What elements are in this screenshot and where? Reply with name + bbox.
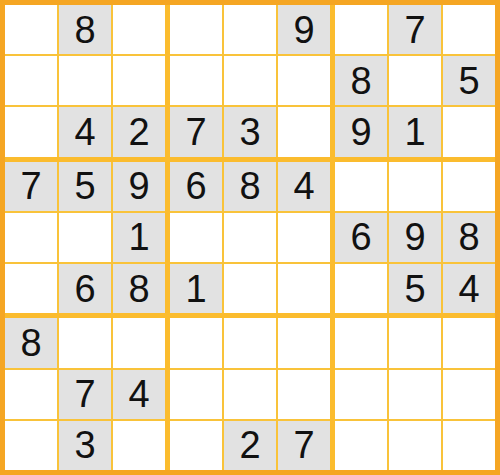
sudoku-cell-r8c1-empty[interactable] bbox=[5, 370, 57, 419]
sudoku-cell-r8c7-empty[interactable] bbox=[335, 370, 387, 419]
sudoku-cell-r6c8-given[interactable]: 5 bbox=[389, 264, 441, 313]
sudoku-cell-r4c8-empty[interactable] bbox=[389, 162, 441, 211]
sudoku-cell-r3c4-given[interactable]: 7 bbox=[170, 107, 222, 156]
sudoku-cell-r1c9-empty[interactable] bbox=[443, 5, 495, 54]
sudoku-cell-r4c3-given[interactable]: 9 bbox=[113, 162, 165, 211]
sudoku-cell-r9c6-given[interactable]: 7 bbox=[278, 421, 330, 470]
sudoku-cell-r9c4-empty[interactable] bbox=[170, 421, 222, 470]
sudoku-cell-r8c2-given[interactable]: 7 bbox=[59, 370, 111, 419]
sudoku-cell-r1c1-empty[interactable] bbox=[5, 5, 57, 54]
sudoku-box-1: 842 bbox=[5, 5, 165, 157]
sudoku-cell-r6c9-given[interactable]: 4 bbox=[443, 264, 495, 313]
sudoku-cell-r7c8-empty[interactable] bbox=[389, 318, 441, 367]
sudoku-cell-r8c9-empty[interactable] bbox=[443, 370, 495, 419]
sudoku-cell-r4c6-given[interactable]: 4 bbox=[278, 162, 330, 211]
sudoku-cell-r5c2-empty[interactable] bbox=[59, 213, 111, 262]
sudoku-cell-r4c4-given[interactable]: 6 bbox=[170, 162, 222, 211]
sudoku-board: 84297378591759168684169854874327 bbox=[0, 0, 500, 475]
sudoku-cell-r7c5-empty[interactable] bbox=[224, 318, 276, 367]
sudoku-cell-r8c4-empty[interactable] bbox=[170, 370, 222, 419]
sudoku-cell-r2c4-empty[interactable] bbox=[170, 56, 222, 105]
sudoku-cell-r1c6-given[interactable]: 9 bbox=[278, 5, 330, 54]
sudoku-cell-r8c6-empty[interactable] bbox=[278, 370, 330, 419]
sudoku-cell-r4c1-given[interactable]: 7 bbox=[5, 162, 57, 211]
sudoku-box-7: 8743 bbox=[5, 318, 165, 470]
sudoku-box-4: 759168 bbox=[5, 162, 165, 314]
sudoku-cell-r2c3-empty[interactable] bbox=[113, 56, 165, 105]
sudoku-cell-r4c7-empty[interactable] bbox=[335, 162, 387, 211]
sudoku-cell-r6c7-empty[interactable] bbox=[335, 264, 387, 313]
sudoku-cell-r4c5-given[interactable]: 8 bbox=[224, 162, 276, 211]
sudoku-cell-r5c4-empty[interactable] bbox=[170, 213, 222, 262]
sudoku-box-8: 27 bbox=[170, 318, 330, 470]
sudoku-cell-r6c4-given[interactable]: 1 bbox=[170, 264, 222, 313]
sudoku-cell-r4c9-empty[interactable] bbox=[443, 162, 495, 211]
sudoku-cell-r7c7-empty[interactable] bbox=[335, 318, 387, 367]
sudoku-cell-r9c7-empty[interactable] bbox=[335, 421, 387, 470]
sudoku-cell-r7c4-empty[interactable] bbox=[170, 318, 222, 367]
sudoku-cell-r6c2-given[interactable]: 6 bbox=[59, 264, 111, 313]
sudoku-cell-r3c6-empty[interactable] bbox=[278, 107, 330, 156]
sudoku-cell-r3c2-given[interactable]: 4 bbox=[59, 107, 111, 156]
sudoku-cell-r3c9-empty[interactable] bbox=[443, 107, 495, 156]
sudoku-cell-r4c2-given[interactable]: 5 bbox=[59, 162, 111, 211]
sudoku-cell-r7c6-empty[interactable] bbox=[278, 318, 330, 367]
sudoku-cell-r1c5-empty[interactable] bbox=[224, 5, 276, 54]
sudoku-cell-r3c7-given[interactable]: 9 bbox=[335, 107, 387, 156]
sudoku-cell-r9c8-empty[interactable] bbox=[389, 421, 441, 470]
sudoku-box-6: 69854 bbox=[335, 162, 495, 314]
sudoku-cell-r2c9-given[interactable]: 5 bbox=[443, 56, 495, 105]
sudoku-cell-r7c9-empty[interactable] bbox=[443, 318, 495, 367]
sudoku-cell-r8c5-empty[interactable] bbox=[224, 370, 276, 419]
sudoku-cell-r9c5-given[interactable]: 2 bbox=[224, 421, 276, 470]
sudoku-cell-r3c3-given[interactable]: 2 bbox=[113, 107, 165, 156]
sudoku-cell-r1c8-given[interactable]: 7 bbox=[389, 5, 441, 54]
sudoku-cell-r5c7-given[interactable]: 6 bbox=[335, 213, 387, 262]
sudoku-cell-r7c3-empty[interactable] bbox=[113, 318, 165, 367]
sudoku-cell-r2c8-empty[interactable] bbox=[389, 56, 441, 105]
sudoku-box-3: 78591 bbox=[335, 5, 495, 157]
sudoku-cell-r1c4-empty[interactable] bbox=[170, 5, 222, 54]
sudoku-cell-r3c8-given[interactable]: 1 bbox=[389, 107, 441, 156]
sudoku-cell-r9c3-empty[interactable] bbox=[113, 421, 165, 470]
sudoku-cell-r1c7-empty[interactable] bbox=[335, 5, 387, 54]
sudoku-cell-r9c2-given[interactable]: 3 bbox=[59, 421, 111, 470]
sudoku-cell-r3c5-given[interactable]: 3 bbox=[224, 107, 276, 156]
sudoku-cell-r5c5-empty[interactable] bbox=[224, 213, 276, 262]
sudoku-cell-r7c2-empty[interactable] bbox=[59, 318, 111, 367]
sudoku-cell-r9c1-empty[interactable] bbox=[5, 421, 57, 470]
sudoku-cell-r3c1-empty[interactable] bbox=[5, 107, 57, 156]
sudoku-cell-r1c3-empty[interactable] bbox=[113, 5, 165, 54]
sudoku-cell-r1c2-given[interactable]: 8 bbox=[59, 5, 111, 54]
sudoku-cell-r8c3-given[interactable]: 4 bbox=[113, 370, 165, 419]
sudoku-cell-r9c9-empty[interactable] bbox=[443, 421, 495, 470]
sudoku-cell-r5c9-given[interactable]: 8 bbox=[443, 213, 495, 262]
sudoku-cell-r6c6-empty[interactable] bbox=[278, 264, 330, 313]
sudoku-cell-r2c7-given[interactable]: 8 bbox=[335, 56, 387, 105]
sudoku-cell-r6c1-empty[interactable] bbox=[5, 264, 57, 313]
sudoku-box-5: 6841 bbox=[170, 162, 330, 314]
sudoku-cell-r2c6-empty[interactable] bbox=[278, 56, 330, 105]
sudoku-box-2: 973 bbox=[170, 5, 330, 157]
sudoku-cell-r5c6-empty[interactable] bbox=[278, 213, 330, 262]
sudoku-cell-r5c8-given[interactable]: 9 bbox=[389, 213, 441, 262]
sudoku-cell-r6c3-given[interactable]: 8 bbox=[113, 264, 165, 313]
sudoku-cell-r5c1-empty[interactable] bbox=[5, 213, 57, 262]
sudoku-cell-r8c8-empty[interactable] bbox=[389, 370, 441, 419]
sudoku-box-9 bbox=[335, 318, 495, 470]
sudoku-cell-r6c5-empty[interactable] bbox=[224, 264, 276, 313]
sudoku-cell-r2c5-empty[interactable] bbox=[224, 56, 276, 105]
sudoku-cell-r7c1-given[interactable]: 8 bbox=[5, 318, 57, 367]
sudoku-cell-r5c3-given[interactable]: 1 bbox=[113, 213, 165, 262]
sudoku-cell-r2c1-empty[interactable] bbox=[5, 56, 57, 105]
sudoku-cell-r2c2-empty[interactable] bbox=[59, 56, 111, 105]
